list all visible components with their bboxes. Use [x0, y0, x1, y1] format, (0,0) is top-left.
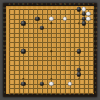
coordinate-label-bottom: A: [8, 94, 10, 97]
stone-black-H3: [40, 81, 44, 85]
coordinate-label-top: S: [88, 3, 90, 6]
go-board[interactable]: [6, 6, 94, 94]
coordinate-label-right: 11: [94, 45, 97, 48]
coordinate-label-top: C: [18, 3, 20, 6]
coordinate-label-left: 6: [4, 68, 6, 71]
coordinate-label-right: 14: [94, 31, 97, 34]
coordinate-label-left: 13: [3, 36, 6, 39]
coordinate-label-right: 15: [94, 27, 97, 30]
coordinate-label-right: 10: [94, 50, 97, 53]
coordinate-label-bottom: M: [59, 94, 61, 97]
coordinate-label-bottom: E: [27, 94, 29, 97]
coordinate-label-right: 4: [95, 78, 97, 81]
app-window: AA1919BB1818CC1717DD1616EE1515FF1414GG13…: [0, 0, 100, 100]
coordinate-label-top: O: [69, 3, 71, 6]
stone-black-D3: [21, 81, 25, 85]
coordinate-label-bottom: K: [50, 94, 52, 97]
coordinate-label-bottom: R: [83, 94, 85, 97]
coordinate-label-top: K: [50, 3, 52, 6]
grid-line-horizontal: [9, 56, 93, 57]
coordinate-label-left: 8: [4, 59, 6, 62]
coordinate-label-bottom: S: [88, 94, 90, 97]
coordinate-label-bottom: B: [13, 94, 15, 97]
coordinate-label-bottom: C: [18, 94, 20, 97]
coordinate-label-top: H: [41, 3, 43, 6]
coordinate-label-right: 18: [94, 13, 97, 16]
coordinate-label-left: 11: [3, 45, 6, 48]
coordinate-label-left: 19: [3, 8, 6, 11]
stone-black-Q5: [77, 72, 81, 76]
grid-line-horizontal: [9, 88, 93, 89]
coordinate-label-bottom: T: [92, 94, 94, 97]
coordinate-label-left: 7: [4, 64, 6, 67]
coordinate-label-bottom: Q: [78, 94, 80, 97]
stone-white-S17: [86, 16, 90, 20]
coordinate-label-left: 5: [4, 73, 6, 76]
coordinate-label-right: 17: [94, 17, 97, 20]
stone-black-G17: [35, 16, 39, 20]
coordinate-label-top: L: [55, 3, 56, 6]
grid-line-vertical: [56, 9, 57, 93]
grid-line-vertical: [74, 9, 75, 93]
stone-black-R16: [81, 21, 85, 25]
coordinate-label-right: 5: [95, 73, 97, 76]
coordinate-label-top: A: [8, 3, 10, 6]
coordinate-label-top: Q: [78, 3, 80, 6]
coordinate-label-bottom: D: [22, 94, 24, 97]
coordinate-label-top: N: [64, 3, 66, 6]
coordinate-label-left: 14: [3, 31, 6, 34]
stone-white-K17: [49, 16, 53, 20]
goban-frame: AA1919BB1818CC1717DD1616EE1515FF1414GG13…: [3, 3, 97, 97]
coordinate-label-left: 1: [4, 92, 6, 95]
stone-white-O3: [68, 81, 72, 85]
stone-black-Q10: [77, 49, 81, 53]
grid-line-vertical: [65, 9, 66, 93]
coordinate-label-right: 1: [95, 92, 97, 95]
grid-line-horizontal: [9, 70, 93, 71]
stone-white-N17: [63, 16, 67, 20]
stone-black-H15: [40, 26, 44, 30]
grid-line-horizontal: [9, 65, 93, 66]
grid-line-vertical: [60, 9, 61, 93]
coordinate-label-top: R: [83, 3, 85, 6]
coordinate-label-left: 17: [3, 17, 6, 20]
grid-line-horizontal: [9, 60, 93, 61]
coordinate-label-bottom: J: [46, 94, 47, 97]
coordinate-label-right: 19: [94, 8, 97, 11]
coordinate-label-top: F: [32, 3, 34, 6]
coordinate-label-left: 10: [3, 50, 6, 53]
coordinate-label-right: 3: [95, 82, 97, 85]
coordinate-label-right: 16: [94, 22, 97, 25]
grid-line-vertical: [88, 9, 89, 93]
grid-line-horizontal: [9, 74, 93, 75]
coordinate-label-right: 6: [95, 68, 97, 71]
coordinate-label-right: 9: [95, 55, 97, 58]
coordinate-label-left: 2: [4, 87, 6, 90]
coordinate-label-top: D: [22, 3, 24, 6]
coordinate-label-bottom: F: [32, 94, 34, 97]
coordinate-label-right: 7: [95, 64, 97, 67]
stone-white-K3: [49, 81, 53, 85]
coordinate-label-left: 3: [4, 82, 6, 85]
coordinate-label-top: G: [36, 3, 38, 6]
coordinate-label-left: 16: [3, 22, 6, 25]
coordinate-label-left: 12: [3, 41, 6, 44]
coordinate-label-right: 8: [95, 59, 97, 62]
coordinate-label-right: 2: [95, 87, 97, 90]
coordinate-label-top: E: [27, 3, 29, 6]
coordinate-label-bottom: H: [41, 94, 43, 97]
stone-black-D10: [21, 49, 25, 53]
coordinate-label-right: 12: [94, 41, 97, 44]
coordinate-label-left: 18: [3, 13, 6, 16]
coordinate-label-bottom: L: [55, 94, 56, 97]
coordinate-label-bottom: P: [74, 94, 76, 97]
coordinate-label-top: P: [74, 3, 76, 6]
coordinate-label-left: 15: [3, 27, 6, 30]
coordinate-label-right: 13: [94, 36, 97, 39]
coordinate-label-bottom: O: [69, 94, 71, 97]
coordinate-label-bottom: G: [36, 94, 38, 97]
coordinate-label-top: B: [13, 3, 15, 6]
coordinate-label-top: J: [46, 3, 47, 6]
coordinate-label-top: T: [92, 3, 94, 6]
coordinate-label-top: M: [59, 3, 61, 6]
coordinate-label-left: 9: [4, 55, 6, 58]
coordinate-label-bottom: N: [64, 94, 66, 97]
coordinate-label-left: 4: [4, 78, 6, 81]
stone-black-D16: [21, 21, 25, 25]
